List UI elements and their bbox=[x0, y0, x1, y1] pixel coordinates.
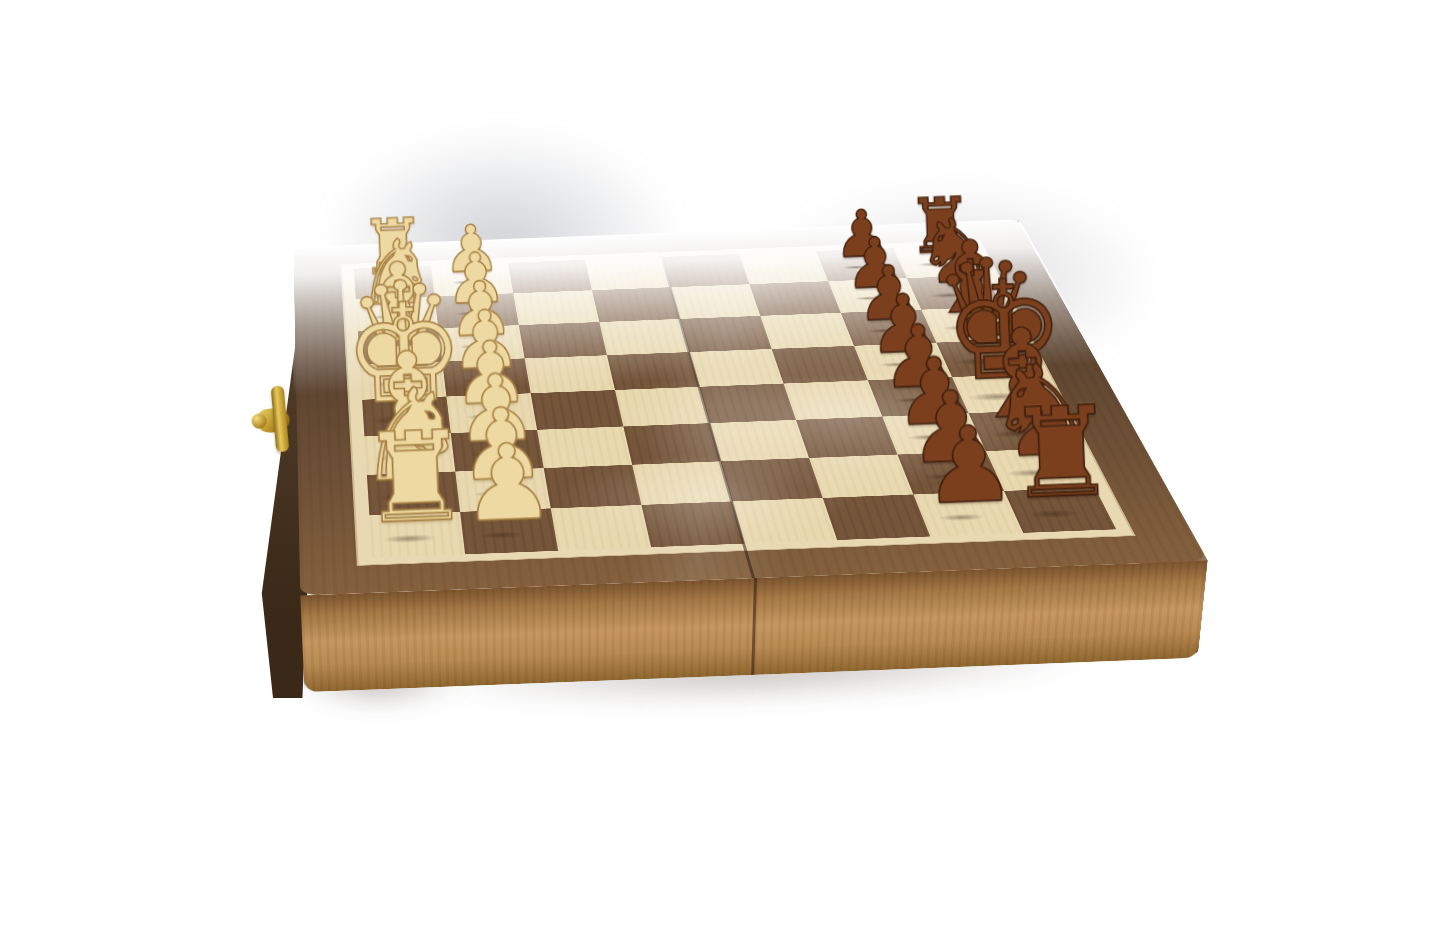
perspective-scene: ♜♟♟♜♞♟♟♞♝♟♟♝♛♟♟♛♚♟♟♚♝♟♟♝♞♟♟♞♜♟♟♜ bbox=[265, 0, 1207, 595]
brass-clasp bbox=[246, 380, 309, 471]
chess-board: ♜♟♟♜♞♟♟♞♝♟♟♝♛♟♟♛♚♟♟♚♝♟♟♝♞♟♟♞♜♟♟♜ bbox=[293, 220, 1207, 595]
brass-clasp-bar bbox=[271, 385, 290, 452]
board-assembly: ♜♟♟♜♞♟♟♞♝♟♟♝♛♟♟♛♚♟♟♚♝♟♟♝♞♟♟♞♜♟♟♜ bbox=[265, 0, 1207, 595]
product-photo-stage: ♜♟♟♜♞♟♟♞♝♟♟♝♛♟♟♛♚♟♟♚♝♟♟♝♞♟♟♞♜♟♟♜ bbox=[0, 0, 1445, 929]
fold-seam-front bbox=[751, 578, 757, 675]
